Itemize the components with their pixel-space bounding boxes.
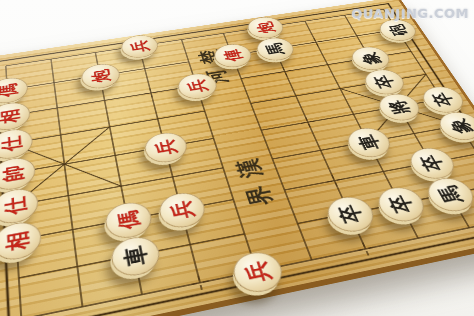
xiangqi-board[interactable]: 楚河漢界兵炮傌炮俥馬砲相兵象仕卒帥兵將卒仕車象相傌兵卒車卒卒馬兵 — [0, 0, 474, 316]
watermark-text: QUANJING.COM — [351, 6, 469, 21]
photo-stage: 楚河漢界兵炮傌炮俥馬砲相兵象仕卒帥兵將卒仕車象相傌兵卒車卒卒馬兵 QUANJIN… — [0, 0, 474, 316]
